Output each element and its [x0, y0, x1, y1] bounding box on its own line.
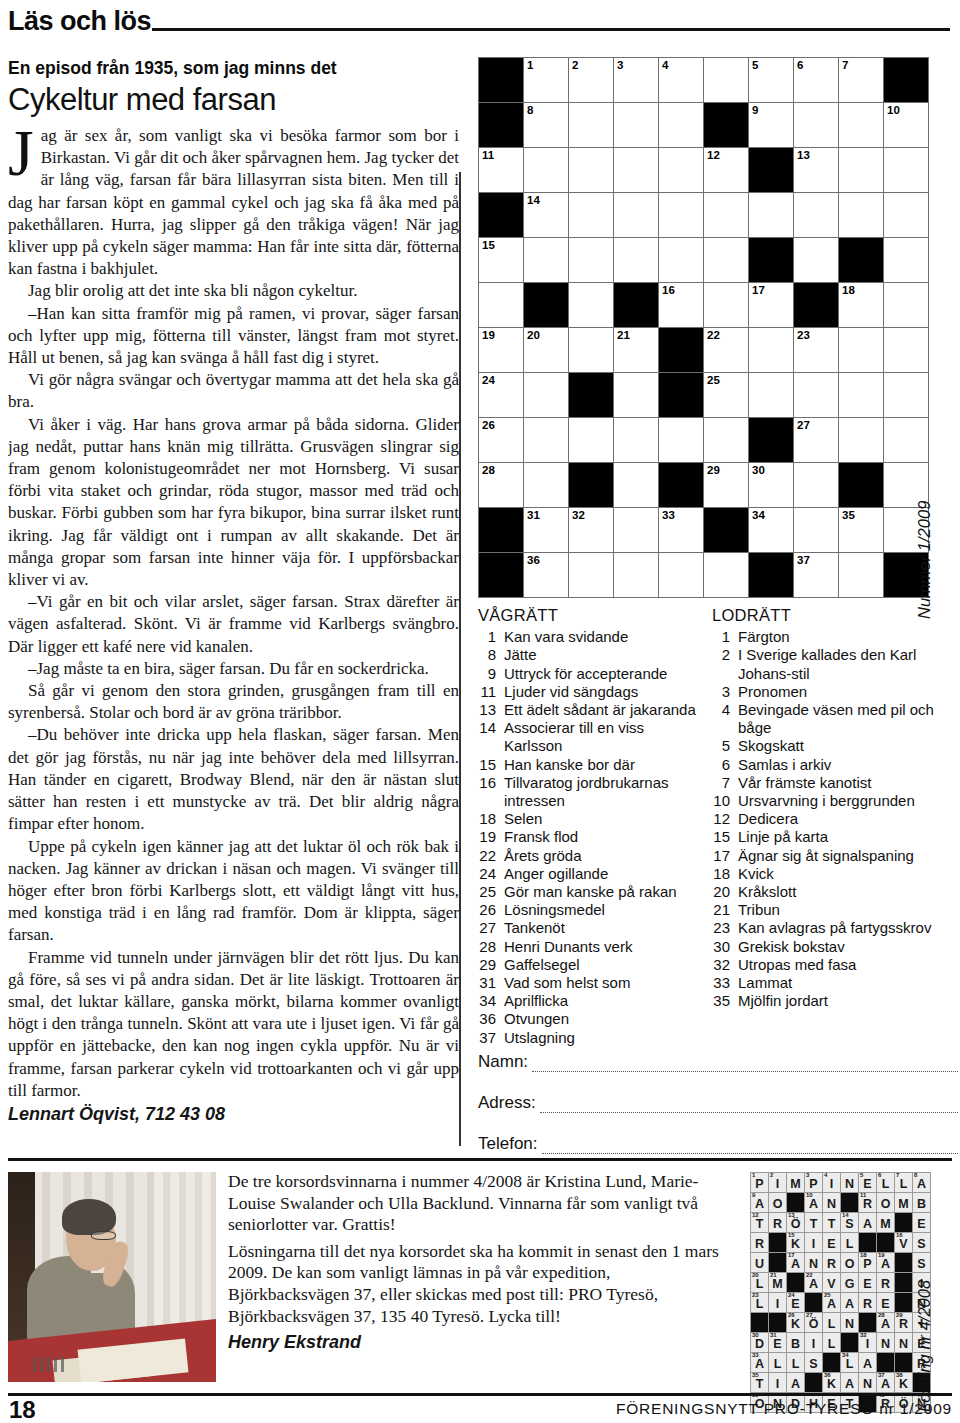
- clue-text: Färgton: [738, 628, 960, 646]
- solution-letter: L: [900, 1174, 908, 1191]
- winners-paragraph: Lösningarna till det nya korsordet ska h…: [228, 1241, 733, 1327]
- black-cell-r10c8: [877, 1353, 894, 1372]
- clue-number: 32: [572, 509, 585, 521]
- solution-letter: E: [881, 1294, 889, 1311]
- clue-num: 21: [712, 901, 738, 919]
- across-clue-27: 27Tankenöt: [478, 919, 706, 937]
- clue-text: Tillvaratog jordbrukarnas intressen: [504, 774, 706, 810]
- clue-text: Ljuder vid sängdags: [504, 683, 706, 701]
- cell-r12c9: [839, 553, 883, 597]
- cell-r12c8: 37: [794, 553, 838, 597]
- cell-r7c8: 23: [794, 328, 838, 372]
- clue-num: 12: [712, 810, 738, 828]
- cell-r9c3: [569, 418, 613, 462]
- clue-number: 4: [824, 1172, 827, 1178]
- solution-label: Lösning nr 4/2008: [915, 1272, 934, 1412]
- section-divider: [8, 1158, 952, 1161]
- solution-letter: P: [755, 1174, 763, 1191]
- cell-r5c5: R: [823, 1253, 840, 1272]
- clue-number: 11: [482, 149, 494, 161]
- cell-r11c6: A: [841, 1373, 858, 1392]
- solution-letter: L: [882, 1174, 890, 1191]
- cell-r10c1: 28: [479, 463, 523, 507]
- article-paragraph: Jag är sex år, som vanligt ska vi besöka…: [8, 125, 459, 280]
- cell-r7c6: A: [841, 1293, 858, 1312]
- cell-r12c6: [704, 553, 748, 597]
- black-cell-r11c4: [805, 1373, 822, 1392]
- across-clue-19: 19Fransk flod: [478, 828, 706, 846]
- cell-r7c5: 25A: [823, 1293, 840, 1312]
- black-cell-r8c5: [659, 373, 703, 417]
- cell-r2c9: M: [895, 1193, 912, 1212]
- black-cell-r3c9: [895, 1213, 912, 1232]
- solution-letter: L: [828, 1334, 836, 1351]
- clue-number: 31: [770, 1332, 777, 1338]
- cell-r7c10: [884, 328, 928, 372]
- clue-number: 2: [770, 1172, 773, 1178]
- clue-num: 3: [712, 683, 738, 701]
- across-clue-22: 22Årets gröda: [478, 847, 706, 865]
- article-paragraph: Så går vi genom den stora grinden, grusg…: [8, 680, 459, 724]
- cell-r4c2: 14: [524, 193, 568, 237]
- article-paragraph: Vi åker i väg. Har hans grova armar på b…: [8, 414, 459, 592]
- footer-text: FÖRENINGSNYTT PRO-TYRESÖ nr 1/2009: [616, 1400, 952, 1418]
- clue-number: 13: [797, 149, 810, 161]
- solution-letter: T: [828, 1214, 836, 1231]
- article-title: Cykeltur med farsan: [8, 82, 459, 118]
- clue-text: Ett ädelt sådant är jakaranda: [504, 701, 706, 719]
- cell-r7c3: [569, 328, 613, 372]
- solution-letter: I: [776, 1174, 779, 1191]
- clue-number: 36: [824, 1372, 831, 1378]
- photo-puzzle-pieces: [33, 1357, 66, 1372]
- across-clue-18: 18Selen: [478, 810, 706, 828]
- clue-num: 26: [478, 901, 504, 919]
- cell-r2c10: B: [913, 1193, 930, 1212]
- down-clue-30: 30Grekisk bokstav: [712, 938, 960, 956]
- cell-r6c5: 16: [659, 283, 703, 327]
- article-paragraph: –Jag måste ta en bira, säger farsan. Du …: [8, 658, 459, 680]
- clue-num: 27: [478, 919, 504, 937]
- clue-number: 3: [806, 1172, 809, 1178]
- clue-text: Mjölfin jordart: [738, 992, 960, 1010]
- entry-form: Namn: Adress: Telefon:: [478, 1048, 958, 1171]
- clue-num: 37: [478, 1029, 504, 1047]
- black-cell-r5c7: [749, 238, 793, 282]
- solution-letter: M: [880, 1214, 890, 1231]
- solution-letter: L: [774, 1354, 782, 1371]
- cell-r2c9: [839, 103, 883, 147]
- across-clue-25: 25Gör man kanske på rakan: [478, 883, 706, 901]
- cell-r5c4: N: [805, 1253, 822, 1272]
- solution-letter: I: [830, 1174, 833, 1191]
- cell-r11c4: [614, 508, 658, 552]
- cell-r9c5: L: [823, 1333, 840, 1352]
- clue-num: 13: [478, 701, 504, 719]
- cell-r2c3: [569, 103, 613, 147]
- across-clue-9: 9Uttryck för accepterande: [478, 665, 706, 683]
- solution-letter: I: [776, 1294, 779, 1311]
- cell-r2c7: 11R: [859, 1193, 876, 1212]
- clue-num: 6: [712, 756, 738, 774]
- cell-r6c8: R: [877, 1273, 894, 1292]
- cell-r7c4: 21: [614, 328, 658, 372]
- phone-write-line: [542, 1133, 958, 1154]
- cell-r5c2: [524, 238, 568, 282]
- clue-number: 33: [662, 509, 675, 521]
- cell-r5c6: [704, 238, 748, 282]
- across-clue-15: 15Han kanske bor där: [478, 756, 706, 774]
- across-clue-16: 16Tillvaratog jordbrukarnas intressen: [478, 774, 706, 810]
- solution-letter: G: [845, 1274, 855, 1291]
- black-cell-r9c6: [841, 1333, 858, 1352]
- cell-r1c5: 4: [659, 58, 703, 102]
- cell-r1c4: 3: [614, 58, 658, 102]
- across-clue-13: 13Ett ädelt sådant är jakaranda: [478, 701, 706, 719]
- clue-text: Kvick: [738, 865, 960, 883]
- article-paragraph: Framme vid tunneln under järnvägen blir …: [8, 947, 459, 1102]
- cell-r7c1: 19: [479, 328, 523, 372]
- cell-r3c8: M: [877, 1213, 894, 1232]
- solution-letter: R: [881, 1274, 890, 1291]
- black-cell-r8c7: [859, 1313, 876, 1332]
- cell-r2c4: 10A: [805, 1193, 822, 1212]
- winners-signature: Henry Ekstrand: [228, 1332, 733, 1354]
- clue-number: 18: [860, 1252, 867, 1258]
- across-clue-8: 8Jätte: [478, 646, 706, 664]
- across-title: VÅGRÄTT: [478, 606, 706, 624]
- solution-letter: S: [917, 1234, 925, 1251]
- clue-num: 8: [478, 646, 504, 664]
- black-cell-r6c8: [794, 283, 838, 327]
- cell-r5c10: S: [913, 1253, 930, 1272]
- clue-text: Uttryck för accepterande: [504, 665, 706, 683]
- photo-glasses: [91, 1231, 116, 1240]
- solution-letter: E: [863, 1174, 871, 1191]
- clue-number: 26: [788, 1312, 795, 1318]
- clue-num: 32: [712, 956, 738, 974]
- article-signature: Lennart Öqvist, 712 43 08: [8, 1104, 459, 1125]
- clue-number: 25: [824, 1292, 831, 1298]
- clue-num: 1: [712, 628, 738, 646]
- cell-r3c1: 11: [479, 148, 523, 192]
- cell-r10c7: 30: [749, 463, 793, 507]
- solution-letter: B: [791, 1334, 800, 1351]
- down-clue-20: 20Kråkslott: [712, 883, 960, 901]
- down-clue-17: 17Ägnar sig åt signalspaning: [712, 847, 960, 865]
- solution-letter: N: [881, 1334, 890, 1351]
- clue-number: 21: [617, 329, 630, 341]
- clue-number: 19: [878, 1252, 885, 1258]
- clue-num: 4: [712, 701, 738, 737]
- cell-r6c6: G: [841, 1273, 858, 1292]
- cell-r7c2: I: [769, 1293, 786, 1312]
- solution-letter: A: [845, 1294, 854, 1311]
- cell-r8c4: 27Ö: [805, 1313, 822, 1332]
- black-cell-r12c7: [749, 553, 793, 597]
- clue-num: 35: [712, 992, 738, 1010]
- cell-r8c6: 25: [704, 373, 748, 417]
- clue-number: 23: [752, 1292, 759, 1298]
- solution-letter: N: [899, 1334, 908, 1351]
- clue-number: 37: [797, 554, 810, 566]
- cell-r10c7: A: [859, 1353, 876, 1372]
- clue-num: 25: [478, 883, 504, 901]
- cell-r6c1: 20L: [751, 1273, 768, 1292]
- cell-r10c4: S: [805, 1353, 822, 1372]
- black-cell-r3c7: [749, 148, 793, 192]
- cell-r4c3: 15K: [787, 1233, 804, 1252]
- cell-r3c1: 12T: [751, 1213, 768, 1232]
- clue-number: 4: [662, 59, 668, 71]
- solution-letter: I: [812, 1334, 815, 1351]
- cell-r12c3: [569, 553, 613, 597]
- cell-r11c2: 31: [524, 508, 568, 552]
- black-cell-r8c2: [769, 1313, 786, 1332]
- clue-text: Pronomen: [738, 683, 960, 701]
- article-paragraph: –Du behöver inte dricka upp hela flaskan…: [8, 724, 459, 835]
- clue-number: 1: [752, 1172, 755, 1178]
- cell-r1c6: N: [841, 1173, 858, 1192]
- phone-label: Telefon:: [478, 1134, 542, 1154]
- cell-r7c7: [749, 328, 793, 372]
- solution-letter: O: [773, 1194, 783, 1211]
- black-cell-r6c4: [614, 283, 658, 327]
- cell-r1c8: 6L: [877, 1173, 894, 1192]
- cell-r1c8: 6: [794, 58, 838, 102]
- black-cell-r5c9: [839, 238, 883, 282]
- solution-letter: N: [845, 1174, 854, 1191]
- cell-r10c2: [524, 463, 568, 507]
- address-label: Adress:: [478, 1093, 540, 1113]
- black-cell-r11c1: [479, 508, 523, 552]
- clue-number: 2: [572, 59, 578, 71]
- clue-number: 22: [806, 1272, 813, 1278]
- solution-letter: N: [809, 1254, 818, 1271]
- footer-rule: [8, 1393, 952, 1396]
- black-cell-r6c2: [524, 283, 568, 327]
- clue-number: 8: [914, 1172, 917, 1178]
- clue-text: Fransk flod: [504, 828, 706, 846]
- clue-number: 9: [752, 1192, 755, 1198]
- clue-num: 34: [478, 992, 504, 1010]
- clue-number: 30: [752, 464, 765, 476]
- across-clue-14: 14Associerar till en viss Karlsson: [478, 719, 706, 755]
- cell-r5c3: 17A: [787, 1253, 804, 1272]
- clue-number: 7: [842, 59, 848, 71]
- black-cell-r7c5: [659, 328, 703, 372]
- clue-num: 28: [478, 938, 504, 956]
- across-clue-36: 36Otvungen: [478, 1010, 706, 1028]
- black-cell-r4c2: [769, 1233, 786, 1252]
- clue-num: 22: [478, 847, 504, 865]
- clue-num: 16: [478, 774, 504, 810]
- clue-number: 6: [797, 59, 803, 71]
- black-cell-r4c1: [479, 193, 523, 237]
- clue-number: 24: [788, 1292, 795, 1298]
- cell-r7c6: 22: [704, 328, 748, 372]
- cell-r1c6: [704, 58, 748, 102]
- across-clues: VÅGRÄTT 1Kan vara svidande8Jätte9Uttryck…: [478, 606, 706, 1047]
- cell-r6c7: 17: [749, 283, 793, 327]
- cell-r3c4: T: [805, 1213, 822, 1232]
- down-clue-33: 33Lammat: [712, 974, 960, 992]
- cell-r6c1: [479, 283, 523, 327]
- solution-letter: A: [791, 1374, 800, 1391]
- cell-r5c7: 18P: [859, 1253, 876, 1272]
- cell-r2c1: 9A: [751, 1193, 768, 1212]
- solution-letter: R: [863, 1294, 872, 1311]
- cell-r8c8: 28A: [877, 1313, 894, 1332]
- clue-num: 10: [712, 792, 738, 810]
- cell-r2c8: [794, 103, 838, 147]
- across-clue-28: 28Henri Dunants verk: [478, 938, 706, 956]
- down-clue-4: 4Bevingade väsen med pil och båge: [712, 701, 960, 737]
- clue-number: 5: [752, 59, 758, 71]
- cell-r3c7: A: [859, 1213, 876, 1232]
- clue-text: Aprilflicka: [504, 992, 706, 1010]
- cell-r9c2: [524, 418, 568, 462]
- cell-r5c1: U: [751, 1253, 768, 1272]
- cell-r1c7: 5E: [859, 1173, 876, 1192]
- cell-r9c8: N: [877, 1333, 894, 1352]
- black-cell-r2c1: [479, 103, 523, 147]
- cell-r4c4: I: [805, 1233, 822, 1252]
- cell-r8c9: 29R: [895, 1313, 912, 1332]
- winners-text: De tre korsordsvinnarna i nummer 4/2008 …: [228, 1171, 733, 1354]
- solution-letter: N: [845, 1314, 854, 1331]
- cell-r8c3: 26K: [787, 1313, 804, 1332]
- clue-num: 36: [478, 1010, 504, 1028]
- cell-r8c4: [614, 373, 658, 417]
- cell-r9c4: [614, 418, 658, 462]
- cell-r8c5: L: [823, 1313, 840, 1332]
- cell-r8c8: [794, 373, 838, 417]
- winners-paragraph: De tre korsordsvinnarna i nummer 4/2008 …: [228, 1171, 733, 1236]
- cell-r11c8: 37A: [877, 1373, 894, 1392]
- cell-r2c4: [614, 103, 658, 147]
- cell-r7c2: 20: [524, 328, 568, 372]
- down-clue-18: 18Kvick: [712, 865, 960, 883]
- cell-r8c6: N: [841, 1313, 858, 1332]
- solution-letter: N: [827, 1194, 836, 1211]
- clue-number: 20: [752, 1272, 759, 1278]
- cell-r5c4: [614, 238, 658, 282]
- down-clue-21: 21Tribun: [712, 901, 960, 919]
- cell-r8c9: [839, 373, 883, 417]
- clue-number: 36: [527, 554, 540, 566]
- down-clue-3: 3Pronomen: [712, 683, 960, 701]
- clue-number: 5: [860, 1172, 863, 1178]
- clue-text: Jätte: [504, 646, 706, 664]
- solution-letter: P: [809, 1174, 817, 1191]
- solution-letter: R: [827, 1254, 836, 1271]
- solution-letter: L: [846, 1234, 854, 1251]
- black-cell-r6c9: [895, 1273, 912, 1292]
- cell-r4c10: [884, 193, 928, 237]
- clue-num: 31: [478, 974, 504, 992]
- cell-r4c7: [749, 193, 793, 237]
- cell-r4c9: 16V: [895, 1233, 912, 1252]
- cell-r1c2: 2I: [769, 1173, 786, 1192]
- clue-num: 1: [478, 628, 504, 646]
- cell-r11c7: N: [859, 1373, 876, 1392]
- cell-r11c1: 35T: [751, 1373, 768, 1392]
- black-cell-r10c5: [659, 463, 703, 507]
- cell-r3c6: 14S: [841, 1213, 858, 1232]
- clue-number: 23: [797, 329, 810, 341]
- cell-r8c7: [749, 373, 793, 417]
- cell-r6c10: [884, 283, 928, 327]
- form-row-name: Namn:: [478, 1048, 958, 1072]
- black-cell-r4c7: [859, 1233, 876, 1252]
- cell-r3c2: [524, 148, 568, 192]
- cell-r11c8: [794, 508, 838, 552]
- cell-r4c9: [839, 193, 883, 237]
- clue-text: Skogskatt: [738, 737, 960, 755]
- down-clue-32: 32Utropas med fasa: [712, 956, 960, 974]
- clue-num: 15: [712, 828, 738, 846]
- solution-letter: V: [827, 1274, 835, 1291]
- black-cell-r8c1: [751, 1313, 768, 1332]
- black-cell-r10c3: [569, 463, 613, 507]
- solution-letter: L: [792, 1354, 800, 1371]
- black-cell-r5c2: [769, 1253, 786, 1272]
- article-paragraph: Jag blir orolig att det inte ska bli någ…: [8, 280, 459, 302]
- cell-r11c3: 32: [569, 508, 613, 552]
- cell-r1c7: 5: [749, 58, 793, 102]
- solution-letter: T: [810, 1214, 818, 1231]
- clue-num: 2: [712, 646, 738, 682]
- cell-r4c6: [704, 193, 748, 237]
- clue-number: 33: [752, 1352, 759, 1358]
- cell-r9c9: [839, 418, 883, 462]
- clue-number: 21: [770, 1272, 777, 1278]
- down-clue-15: 15Linje på karta: [712, 828, 960, 846]
- clue-num: 15: [478, 756, 504, 774]
- edition-label: Nummer 1/2009: [915, 494, 934, 619]
- cell-r1c3: M: [787, 1173, 804, 1192]
- cell-r9c3: B: [787, 1333, 804, 1352]
- cell-r9c8: 27: [794, 418, 838, 462]
- photo-man-hair: [62, 1199, 116, 1235]
- article-column: En episod från 1935, som jag minns det C…: [8, 58, 459, 1148]
- cell-r6c9: 18: [839, 283, 883, 327]
- clue-text: Ägnar sig åt signalspaning: [738, 847, 960, 865]
- cell-r10c6: 29: [704, 463, 748, 507]
- article-paragraph: Uppe på cykeln igen känner jag att det l…: [8, 836, 459, 947]
- down-clue-23: 23Kan avlagras på fartygsskrov: [712, 919, 960, 937]
- black-cell-r6c3: [787, 1273, 804, 1292]
- cell-r3c6: 12: [704, 148, 748, 192]
- cell-r6c4: 22A: [805, 1273, 822, 1292]
- clue-number: 13: [788, 1212, 795, 1218]
- clue-number: 15: [788, 1232, 795, 1238]
- across-clue-11: 11Ljuder vid sängdags: [478, 683, 706, 701]
- clue-number: 16: [662, 284, 675, 296]
- clue-number: 35: [842, 509, 855, 521]
- clue-number: 7: [896, 1172, 899, 1178]
- cell-r6c6: [704, 283, 748, 327]
- down-clue-12: 12Dedicera: [712, 810, 960, 828]
- solution-grid: 1P2IM3P4IN5E6L7L8A9AO10AN11ROMB12TR13ÖTT…: [750, 1172, 931, 1413]
- column-divider: [459, 172, 461, 1146]
- solution-letter: L: [828, 1314, 836, 1331]
- clue-text: Grekisk bokstav: [738, 938, 960, 956]
- cell-r1c4: 3P: [805, 1173, 822, 1192]
- form-row-address: Adress:: [478, 1089, 958, 1113]
- clue-number: 29: [707, 464, 720, 476]
